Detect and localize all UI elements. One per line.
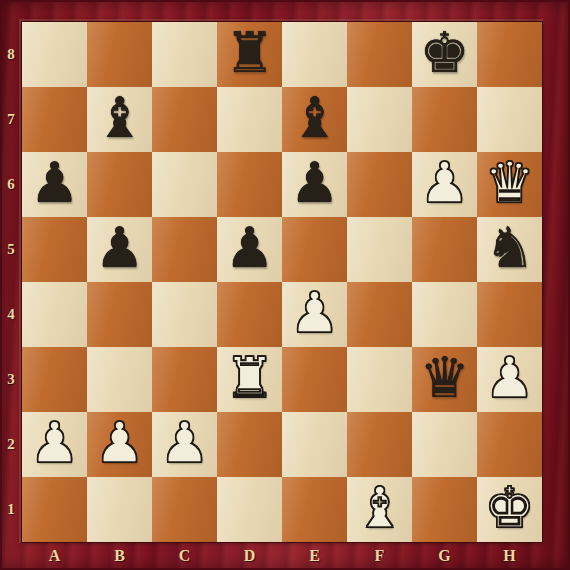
square-g2[interactable]	[412, 412, 477, 477]
square-h7[interactable]	[477, 87, 542, 152]
square-b7[interactable]: ♝	[87, 87, 152, 152]
square-f1[interactable]: ♝	[347, 477, 412, 542]
square-f8[interactable]	[347, 22, 412, 87]
square-d1[interactable]	[217, 477, 282, 542]
square-h6[interactable]: ♛	[477, 152, 542, 217]
rank-label-4: 4	[0, 282, 22, 347]
file-label-h: H	[477, 542, 542, 570]
piece-white-king-h1[interactable]: ♚	[477, 477, 542, 542]
square-b4[interactable]	[87, 282, 152, 347]
square-g3[interactable]: ♛	[412, 347, 477, 412]
rank-label-1: 1	[0, 477, 22, 542]
square-e2[interactable]	[282, 412, 347, 477]
square-h5[interactable]: ♞	[477, 217, 542, 282]
square-g7[interactable]	[412, 87, 477, 152]
square-d8[interactable]: ♜	[217, 22, 282, 87]
rank-labels: 87654321	[0, 22, 22, 542]
square-c3[interactable]	[152, 347, 217, 412]
square-f6[interactable]	[347, 152, 412, 217]
file-label-a: A	[22, 542, 87, 570]
square-h4[interactable]	[477, 282, 542, 347]
square-b3[interactable]	[87, 347, 152, 412]
square-h3[interactable]: ♟	[477, 347, 542, 412]
square-c8[interactable]	[152, 22, 217, 87]
piece-black-pawn-e6[interactable]: ♟	[282, 152, 347, 217]
square-c4[interactable]	[152, 282, 217, 347]
square-b2[interactable]: ♟	[87, 412, 152, 477]
square-a2[interactable]: ♟	[22, 412, 87, 477]
square-h8[interactable]	[477, 22, 542, 87]
piece-white-queen-h6[interactable]: ♛	[477, 152, 542, 217]
piece-white-pawn-c2[interactable]: ♟	[152, 412, 217, 477]
square-c7[interactable]	[152, 87, 217, 152]
square-h1[interactable]: ♚	[477, 477, 542, 542]
file-label-c: C	[152, 542, 217, 570]
piece-black-bishop-b7[interactable]: ♝	[87, 87, 152, 152]
piece-black-king-g8[interactable]: ♚	[412, 22, 477, 87]
square-e3[interactable]	[282, 347, 347, 412]
square-e6[interactable]: ♟	[282, 152, 347, 217]
square-d6[interactable]	[217, 152, 282, 217]
piece-black-pawn-b5[interactable]: ♟	[87, 217, 152, 282]
piece-black-pawn-a6[interactable]: ♟	[22, 152, 87, 217]
rank-label-5: 5	[0, 217, 22, 282]
square-b5[interactable]: ♟	[87, 217, 152, 282]
piece-white-pawn-b2[interactable]: ♟	[87, 412, 152, 477]
square-g5[interactable]	[412, 217, 477, 282]
square-d7[interactable]	[217, 87, 282, 152]
square-f2[interactable]	[347, 412, 412, 477]
file-label-b: B	[87, 542, 152, 570]
piece-black-rook-d8[interactable]: ♜	[217, 22, 282, 87]
rank-label-2: 2	[0, 412, 22, 477]
rank-label-3: 3	[0, 347, 22, 412]
piece-white-pawn-h3[interactable]: ♟	[477, 347, 542, 412]
square-h2[interactable]	[477, 412, 542, 477]
chess-board-frame: 87654321 ♜♚♝♝♟♟♟♛♟♟♞♟♜♛♟♟♟♟♝♚ ABCDEFGH	[0, 0, 570, 570]
square-d5[interactable]: ♟	[217, 217, 282, 282]
rank-label-6: 6	[0, 152, 22, 217]
square-e8[interactable]	[282, 22, 347, 87]
piece-black-queen-g3[interactable]: ♛	[412, 347, 477, 412]
square-a1[interactable]	[22, 477, 87, 542]
square-d2[interactable]	[217, 412, 282, 477]
rank-label-7: 7	[0, 87, 22, 152]
square-g1[interactable]	[412, 477, 477, 542]
square-a7[interactable]	[22, 87, 87, 152]
square-a4[interactable]	[22, 282, 87, 347]
square-g6[interactable]: ♟	[412, 152, 477, 217]
square-c2[interactable]: ♟	[152, 412, 217, 477]
file-label-d: D	[217, 542, 282, 570]
square-a8[interactable]	[22, 22, 87, 87]
square-a5[interactable]	[22, 217, 87, 282]
piece-black-bishop-e7[interactable]: ♝	[282, 87, 347, 152]
file-label-g: G	[412, 542, 477, 570]
square-e5[interactable]	[282, 217, 347, 282]
rank-label-8: 8	[0, 22, 22, 87]
square-c1[interactable]	[152, 477, 217, 542]
chess-board: ♜♚♝♝♟♟♟♛♟♟♞♟♜♛♟♟♟♟♝♚	[22, 22, 542, 542]
square-c6[interactable]	[152, 152, 217, 217]
file-labels: ABCDEFGH	[22, 542, 542, 570]
piece-white-pawn-e4[interactable]: ♟	[282, 282, 347, 347]
piece-white-bishop-f1[interactable]: ♝	[347, 477, 412, 542]
square-a6[interactable]: ♟	[22, 152, 87, 217]
square-e4[interactable]: ♟	[282, 282, 347, 347]
square-f5[interactable]	[347, 217, 412, 282]
square-f7[interactable]	[347, 87, 412, 152]
square-b8[interactable]	[87, 22, 152, 87]
square-f4[interactable]	[347, 282, 412, 347]
file-label-f: F	[347, 542, 412, 570]
square-b1[interactable]	[87, 477, 152, 542]
file-label-e: E	[282, 542, 347, 570]
square-d4[interactable]	[217, 282, 282, 347]
square-c5[interactable]	[152, 217, 217, 282]
piece-black-knight-h5[interactable]: ♞	[477, 217, 542, 282]
square-f3[interactable]	[347, 347, 412, 412]
piece-white-rook-d3[interactable]: ♜	[217, 347, 282, 412]
square-e1[interactable]	[282, 477, 347, 542]
square-e7[interactable]: ♝	[282, 87, 347, 152]
piece-white-pawn-a2[interactable]: ♟	[22, 412, 87, 477]
square-g4[interactable]	[412, 282, 477, 347]
square-a3[interactable]	[22, 347, 87, 412]
square-b6[interactable]	[87, 152, 152, 217]
square-d3[interactable]: ♜	[217, 347, 282, 412]
piece-white-pawn-g6[interactable]: ♟	[412, 152, 477, 217]
square-g8[interactable]: ♚	[412, 22, 477, 87]
piece-black-pawn-d5[interactable]: ♟	[217, 217, 282, 282]
